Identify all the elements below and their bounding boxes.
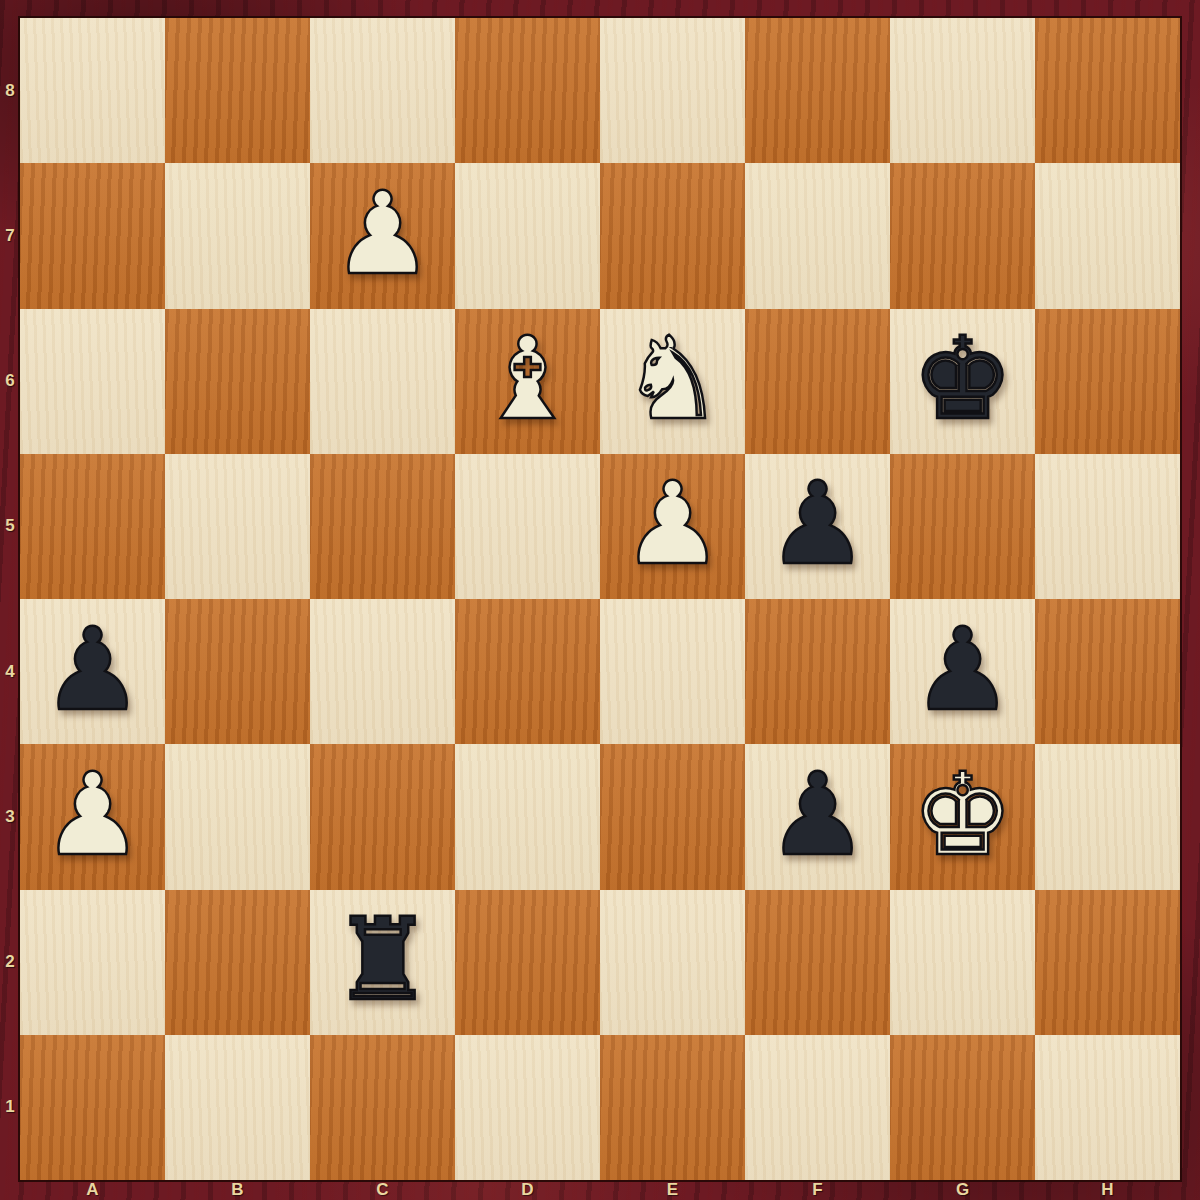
black-pawn-f3[interactable]: ♟ bbox=[766, 758, 868, 872]
square-a5[interactable] bbox=[20, 454, 165, 599]
square-f1[interactable] bbox=[745, 1035, 890, 1180]
rank-label-2: 2 bbox=[0, 890, 20, 1035]
black-rook-c2[interactable]: ♜ bbox=[331, 903, 433, 1017]
square-c2[interactable]: ♜ bbox=[310, 890, 455, 1035]
black-pawn-a4[interactable]: ♟ bbox=[41, 613, 143, 727]
square-b7[interactable] bbox=[165, 163, 310, 308]
square-h7[interactable] bbox=[1035, 163, 1180, 308]
square-c3[interactable] bbox=[310, 744, 455, 889]
square-g4[interactable]: ♟ bbox=[890, 599, 1035, 744]
square-e6[interactable]: ♞ bbox=[600, 309, 745, 454]
square-f5[interactable]: ♟ bbox=[745, 454, 890, 599]
square-b1[interactable] bbox=[165, 1035, 310, 1180]
white-pawn-c7[interactable]: ♟ bbox=[331, 177, 433, 291]
square-d7[interactable] bbox=[455, 163, 600, 308]
square-a8[interactable] bbox=[20, 18, 165, 163]
square-d8[interactable] bbox=[455, 18, 600, 163]
square-e8[interactable] bbox=[600, 18, 745, 163]
square-c7[interactable]: ♟ bbox=[310, 163, 455, 308]
square-h4[interactable] bbox=[1035, 599, 1180, 744]
square-a3[interactable]: ♟ bbox=[20, 744, 165, 889]
file-label-d: D bbox=[455, 1180, 600, 1200]
square-c6[interactable] bbox=[310, 309, 455, 454]
rank-label-1: 1 bbox=[0, 1035, 20, 1180]
square-g1[interactable] bbox=[890, 1035, 1035, 1180]
white-pawn-e5[interactable]: ♟ bbox=[621, 467, 723, 581]
square-f6[interactable] bbox=[745, 309, 890, 454]
square-h2[interactable] bbox=[1035, 890, 1180, 1035]
square-c4[interactable] bbox=[310, 599, 455, 744]
square-g8[interactable] bbox=[890, 18, 1035, 163]
square-b4[interactable] bbox=[165, 599, 310, 744]
square-b6[interactable] bbox=[165, 309, 310, 454]
square-f8[interactable] bbox=[745, 18, 890, 163]
square-g2[interactable] bbox=[890, 890, 1035, 1035]
square-f4[interactable] bbox=[745, 599, 890, 744]
square-d4[interactable] bbox=[455, 599, 600, 744]
square-b3[interactable] bbox=[165, 744, 310, 889]
chess-board: ♟♝♞♚♟♟♟♟♟♟♚♜ bbox=[20, 18, 1180, 1180]
square-b2[interactable] bbox=[165, 890, 310, 1035]
file-label-b: B bbox=[165, 1180, 310, 1200]
square-d3[interactable] bbox=[455, 744, 600, 889]
square-c5[interactable] bbox=[310, 454, 455, 599]
square-d5[interactable] bbox=[455, 454, 600, 599]
square-e3[interactable] bbox=[600, 744, 745, 889]
square-d6[interactable]: ♝ bbox=[455, 309, 600, 454]
rank-coordinates: 87654321 bbox=[0, 18, 20, 1180]
white-bishop-d6[interactable]: ♝ bbox=[476, 322, 578, 436]
square-e2[interactable] bbox=[600, 890, 745, 1035]
square-g5[interactable] bbox=[890, 454, 1035, 599]
rank-label-7: 7 bbox=[0, 163, 20, 308]
square-b8[interactable] bbox=[165, 18, 310, 163]
square-e4[interactable] bbox=[600, 599, 745, 744]
rank-label-5: 5 bbox=[0, 454, 20, 599]
file-label-a: A bbox=[20, 1180, 165, 1200]
square-h3[interactable] bbox=[1035, 744, 1180, 889]
file-coordinates: ABCDEFGH bbox=[20, 1180, 1180, 1200]
square-f7[interactable] bbox=[745, 163, 890, 308]
rank-label-3: 3 bbox=[0, 744, 20, 889]
square-a2[interactable] bbox=[20, 890, 165, 1035]
square-c8[interactable] bbox=[310, 18, 455, 163]
square-e1[interactable] bbox=[600, 1035, 745, 1180]
square-f2[interactable] bbox=[745, 890, 890, 1035]
square-h8[interactable] bbox=[1035, 18, 1180, 163]
square-a4[interactable]: ♟ bbox=[20, 599, 165, 744]
square-a1[interactable] bbox=[20, 1035, 165, 1180]
black-king-g6[interactable]: ♚ bbox=[911, 322, 1013, 436]
square-b5[interactable] bbox=[165, 454, 310, 599]
black-pawn-f5[interactable]: ♟ bbox=[766, 467, 868, 581]
chess-board-frame: 87654321 ♟♝♞♚♟♟♟♟♟♟♚♜ ABCDEFGH bbox=[0, 0, 1200, 1200]
rank-label-4: 4 bbox=[0, 599, 20, 744]
square-d2[interactable] bbox=[455, 890, 600, 1035]
square-h6[interactable] bbox=[1035, 309, 1180, 454]
file-label-e: E bbox=[600, 1180, 745, 1200]
black-pawn-g4[interactable]: ♟ bbox=[911, 613, 1013, 727]
white-knight-e6[interactable]: ♞ bbox=[621, 322, 723, 436]
file-label-g: G bbox=[890, 1180, 1035, 1200]
square-g7[interactable] bbox=[890, 163, 1035, 308]
square-c1[interactable] bbox=[310, 1035, 455, 1180]
file-label-f: F bbox=[745, 1180, 890, 1200]
square-h1[interactable] bbox=[1035, 1035, 1180, 1180]
square-a6[interactable] bbox=[20, 309, 165, 454]
square-e5[interactable]: ♟ bbox=[600, 454, 745, 599]
rank-label-6: 6 bbox=[0, 309, 20, 454]
file-label-h: H bbox=[1035, 1180, 1180, 1200]
rank-label-8: 8 bbox=[0, 18, 20, 163]
square-g3[interactable]: ♚ bbox=[890, 744, 1035, 889]
square-g6[interactable]: ♚ bbox=[890, 309, 1035, 454]
square-a7[interactable] bbox=[20, 163, 165, 308]
square-h5[interactable] bbox=[1035, 454, 1180, 599]
square-d1[interactable] bbox=[455, 1035, 600, 1180]
square-e7[interactable] bbox=[600, 163, 745, 308]
file-label-c: C bbox=[310, 1180, 455, 1200]
white-pawn-a3[interactable]: ♟ bbox=[41, 758, 143, 872]
white-king-g3[interactable]: ♚ bbox=[911, 758, 1013, 872]
square-f3[interactable]: ♟ bbox=[745, 744, 890, 889]
